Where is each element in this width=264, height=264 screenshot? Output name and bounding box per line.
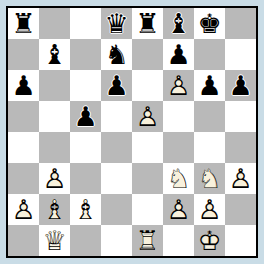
square-d4[interactable]	[101, 132, 132, 163]
square-c8[interactable]	[70, 8, 101, 39]
square-g1[interactable]: ♚♔	[194, 225, 225, 256]
square-h8[interactable]	[225, 8, 256, 39]
square-d2[interactable]	[101, 194, 132, 225]
square-h1[interactable]	[225, 225, 256, 256]
piece-black-king[interactable]: ♚	[194, 8, 225, 39]
chess-board: ♜♛♜♝♚♝♞♟♟♟♟♙♟♟♟♟♙♟♙♞♘♞♘♟♙♟♙♝♗♝♗♟♙♟♙♛♕♜♖♚…	[6, 6, 258, 258]
piece-white-bishop[interactable]: ♝♗	[39, 194, 70, 225]
square-h5[interactable]	[225, 101, 256, 132]
square-e2[interactable]	[132, 194, 163, 225]
bishop-outline-glyph: ♗	[70, 194, 101, 225]
rook-outline-glyph: ♖	[132, 225, 163, 256]
square-e8[interactable]: ♜	[132, 8, 163, 39]
square-c5[interactable]: ♟	[70, 101, 101, 132]
square-d3[interactable]	[101, 163, 132, 194]
piece-white-queen[interactable]: ♛♕	[39, 225, 70, 256]
square-f6[interactable]: ♟♙	[163, 70, 194, 101]
pawn-glyph: ♟	[101, 70, 132, 101]
square-c2[interactable]: ♝♗	[70, 194, 101, 225]
square-b7[interactable]: ♝	[39, 39, 70, 70]
bishop-outline-glyph: ♗	[39, 194, 70, 225]
square-a5[interactable]	[8, 101, 39, 132]
square-f3[interactable]: ♞♘	[163, 163, 194, 194]
knight-outline-glyph: ♘	[194, 163, 225, 194]
square-e5[interactable]: ♟♙	[132, 101, 163, 132]
square-g7[interactable]	[194, 39, 225, 70]
rook-glyph: ♜	[132, 8, 163, 39]
square-d1[interactable]	[101, 225, 132, 256]
piece-white-pawn[interactable]: ♟♙	[8, 194, 39, 225]
queen-glyph: ♛	[101, 8, 132, 39]
square-h6[interactable]: ♟	[225, 70, 256, 101]
piece-white-king[interactable]: ♚♔	[194, 225, 225, 256]
piece-black-pawn[interactable]: ♟	[163, 39, 194, 70]
square-d7[interactable]: ♞	[101, 39, 132, 70]
square-g3[interactable]: ♞♘	[194, 163, 225, 194]
pawn-outline-glyph: ♙	[225, 163, 256, 194]
king-outline-glyph: ♔	[194, 225, 225, 256]
square-b8[interactable]	[39, 8, 70, 39]
square-b5[interactable]	[39, 101, 70, 132]
square-c7[interactable]	[70, 39, 101, 70]
piece-black-pawn[interactable]: ♟	[225, 70, 256, 101]
piece-white-pawn[interactable]: ♟♙	[132, 101, 163, 132]
pawn-outline-glyph: ♙	[194, 194, 225, 225]
square-f5[interactable]	[163, 101, 194, 132]
piece-white-bishop[interactable]: ♝♗	[70, 194, 101, 225]
square-a4[interactable]	[8, 132, 39, 163]
square-e6[interactable]	[132, 70, 163, 101]
square-f8[interactable]: ♝	[163, 8, 194, 39]
square-f7[interactable]: ♟	[163, 39, 194, 70]
square-g4[interactable]	[194, 132, 225, 163]
board-margin: ♜♛♜♝♚♝♞♟♟♟♟♙♟♟♟♟♙♟♙♞♘♞♘♟♙♟♙♝♗♝♗♟♙♟♙♛♕♜♖♚…	[0, 0, 264, 264]
queen-outline-glyph: ♕	[39, 225, 70, 256]
piece-black-bishop[interactable]: ♝	[39, 39, 70, 70]
piece-black-queen[interactable]: ♛	[101, 8, 132, 39]
square-a6[interactable]: ♟	[8, 70, 39, 101]
knight-glyph: ♞	[101, 39, 132, 70]
pawn-outline-glyph: ♙	[39, 163, 70, 194]
square-b1[interactable]: ♛♕	[39, 225, 70, 256]
square-d5[interactable]	[101, 101, 132, 132]
piece-black-rook[interactable]: ♜	[8, 8, 39, 39]
bishop-glyph: ♝	[39, 39, 70, 70]
piece-white-pawn[interactable]: ♟♙	[163, 70, 194, 101]
square-g8[interactable]: ♚	[194, 8, 225, 39]
piece-black-rook[interactable]: ♜	[132, 8, 163, 39]
piece-white-pawn[interactable]: ♟♙	[163, 194, 194, 225]
square-c6[interactable]	[70, 70, 101, 101]
square-a3[interactable]	[8, 163, 39, 194]
pawn-outline-glyph: ♙	[163, 70, 194, 101]
square-d8[interactable]: ♛	[101, 8, 132, 39]
pawn-glyph: ♟	[163, 39, 194, 70]
square-a8[interactable]: ♜	[8, 8, 39, 39]
bishop-glyph: ♝	[163, 8, 194, 39]
piece-white-rook[interactable]: ♜♖	[132, 225, 163, 256]
square-e1[interactable]: ♜♖	[132, 225, 163, 256]
square-f4[interactable]	[163, 132, 194, 163]
square-d6[interactable]: ♟	[101, 70, 132, 101]
knight-outline-glyph: ♘	[163, 163, 194, 194]
piece-white-pawn[interactable]: ♟♙	[225, 163, 256, 194]
piece-black-knight[interactable]: ♞	[101, 39, 132, 70]
square-c3[interactable]	[70, 163, 101, 194]
square-e7[interactable]	[132, 39, 163, 70]
square-h3[interactable]: ♟♙	[225, 163, 256, 194]
piece-white-knight[interactable]: ♞♘	[194, 163, 225, 194]
square-h2[interactable]	[225, 194, 256, 225]
square-h4[interactable]	[225, 132, 256, 163]
square-g5[interactable]	[194, 101, 225, 132]
square-f1[interactable]	[163, 225, 194, 256]
square-e3[interactable]	[132, 163, 163, 194]
pawn-glyph: ♟	[8, 70, 39, 101]
piece-white-pawn[interactable]: ♟♙	[194, 194, 225, 225]
piece-white-pawn[interactable]: ♟♙	[39, 163, 70, 194]
square-a1[interactable]	[8, 225, 39, 256]
piece-black-pawn[interactable]: ♟	[101, 70, 132, 101]
piece-white-knight[interactable]: ♞♘	[163, 163, 194, 194]
pawn-outline-glyph: ♙	[132, 101, 163, 132]
square-a7[interactable]	[8, 39, 39, 70]
piece-black-pawn[interactable]: ♟	[194, 70, 225, 101]
piece-black-bishop[interactable]: ♝	[163, 8, 194, 39]
square-g2[interactable]: ♟♙	[194, 194, 225, 225]
pawn-outline-glyph: ♙	[163, 194, 194, 225]
king-glyph: ♚	[194, 8, 225, 39]
square-b6[interactable]	[39, 70, 70, 101]
square-c1[interactable]	[70, 225, 101, 256]
square-h7[interactable]	[225, 39, 256, 70]
rook-glyph: ♜	[8, 8, 39, 39]
pawn-glyph: ♟	[225, 70, 256, 101]
pawn-glyph: ♟	[70, 101, 101, 132]
square-f2[interactable]: ♟♙	[163, 194, 194, 225]
piece-black-pawn[interactable]: ♟	[70, 101, 101, 132]
square-a2[interactable]: ♟♙	[8, 194, 39, 225]
square-b3[interactable]: ♟♙	[39, 163, 70, 194]
square-b2[interactable]: ♝♗	[39, 194, 70, 225]
square-c4[interactable]	[70, 132, 101, 163]
pawn-glyph: ♟	[194, 70, 225, 101]
square-e4[interactable]	[132, 132, 163, 163]
piece-black-pawn[interactable]: ♟	[8, 70, 39, 101]
pawn-outline-glyph: ♙	[8, 194, 39, 225]
square-b4[interactable]	[39, 132, 70, 163]
square-g6[interactable]: ♟	[194, 70, 225, 101]
